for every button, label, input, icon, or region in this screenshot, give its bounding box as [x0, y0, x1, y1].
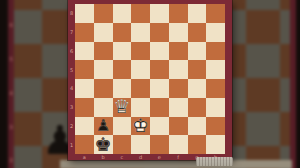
square-a8[interactable]: [75, 4, 94, 23]
square-a3[interactable]: [75, 98, 94, 117]
square-f1[interactable]: [169, 135, 188, 154]
square-b3[interactable]: [94, 98, 113, 117]
square-h3[interactable]: [206, 98, 225, 117]
file-label-e: e: [150, 153, 169, 160]
square-d8[interactable]: [131, 4, 150, 23]
square-f2[interactable]: [169, 117, 188, 136]
square-h7[interactable]: [206, 23, 225, 42]
square-d1[interactable]: [131, 135, 150, 154]
square-g2[interactable]: [188, 117, 207, 136]
square-e2[interactable]: [150, 117, 169, 136]
square-e3[interactable]: [150, 98, 169, 117]
square-h1[interactable]: [206, 135, 225, 154]
black-pawn-glyph: ♙: [96, 117, 110, 133]
square-g4[interactable]: [188, 79, 207, 98]
square-h2[interactable]: [206, 117, 225, 136]
file-label-d: d: [131, 153, 150, 160]
rank-label-3: 3: [68, 98, 75, 117]
square-c2[interactable]: [113, 117, 132, 136]
right-black-edge: [296, 0, 300, 168]
square-b8[interactable]: [94, 4, 113, 23]
square-f4[interactable]: [169, 79, 188, 98]
background-rank-label-3: 3: [8, 124, 14, 130]
video-frame: ♟ 65432 ♛♕♟♙♚♔♚♔ 87654321 abcdefgh: [0, 0, 300, 168]
square-h6[interactable]: [206, 42, 225, 61]
board-grid: ♛♕♟♙♚♔♚♔: [75, 4, 225, 154]
background-rank-label-6: 6: [8, 22, 14, 28]
black-king[interactable]: ♚♔: [94, 135, 113, 154]
square-a5[interactable]: [75, 60, 94, 79]
square-e1[interactable]: [150, 135, 169, 154]
square-e7[interactable]: [150, 23, 169, 42]
square-g3[interactable]: [188, 98, 207, 117]
rank-label-4: 4: [68, 79, 75, 98]
square-f3[interactable]: [169, 98, 188, 117]
file-label-a: a: [75, 153, 94, 160]
square-a1[interactable]: [75, 135, 94, 154]
black-king-glyph: ♔: [95, 135, 112, 154]
square-c6[interactable]: [113, 42, 132, 61]
square-e5[interactable]: [150, 60, 169, 79]
square-f7[interactable]: [169, 23, 188, 42]
chess-board[interactable]: ♛♕♟♙♚♔♚♔ 87654321 abcdefgh: [68, 0, 232, 160]
square-f6[interactable]: [169, 42, 188, 61]
square-a4[interactable]: [75, 79, 94, 98]
square-d7[interactable]: [131, 23, 150, 42]
rank-label-5: 5: [68, 60, 75, 79]
white-queen-glyph: ♕: [113, 97, 130, 116]
square-d4[interactable]: [131, 79, 150, 98]
square-h8[interactable]: [206, 4, 225, 23]
file-label-b: b: [94, 153, 113, 160]
square-b1[interactable]: ♚♔: [94, 135, 113, 154]
watermark-badge: [196, 157, 233, 166]
square-a2[interactable]: [75, 117, 94, 136]
square-f8[interactable]: [169, 4, 188, 23]
square-f5[interactable]: [169, 60, 188, 79]
white-queen[interactable]: ♛♕: [113, 98, 132, 117]
white-king-glyph: ♔: [132, 116, 149, 135]
square-e6[interactable]: [150, 42, 169, 61]
rank-label-6: 6: [68, 42, 75, 61]
square-c7[interactable]: [113, 23, 132, 42]
square-g8[interactable]: [188, 4, 207, 23]
square-d2[interactable]: ♚♔: [131, 117, 150, 136]
background-rank-label-4: 4: [8, 90, 14, 96]
square-g6[interactable]: [188, 42, 207, 61]
background-rank-label-2: 2: [8, 157, 14, 163]
square-b7[interactable]: [94, 23, 113, 42]
square-b4[interactable]: [94, 79, 113, 98]
square-d6[interactable]: [131, 42, 150, 61]
square-g5[interactable]: [188, 60, 207, 79]
file-label-f: f: [169, 153, 188, 160]
square-e4[interactable]: [150, 79, 169, 98]
rank-label-2: 2: [68, 117, 75, 136]
square-c1[interactable]: [113, 135, 132, 154]
square-b6[interactable]: [94, 42, 113, 61]
square-c3[interactable]: ♛♕: [113, 98, 132, 117]
square-g7[interactable]: [188, 23, 207, 42]
left-black-edge: [0, 0, 8, 168]
square-d5[interactable]: [131, 60, 150, 79]
square-c8[interactable]: [113, 4, 132, 23]
square-g1[interactable]: [188, 135, 207, 154]
rank-label-7: 7: [68, 23, 75, 42]
background-rank-label-5: 5: [8, 56, 14, 62]
square-h5[interactable]: [206, 60, 225, 79]
square-h4[interactable]: [206, 79, 225, 98]
square-c5[interactable]: [113, 60, 132, 79]
background-bottom-strip: [60, 160, 292, 168]
rank-label-1: 1: [68, 135, 75, 154]
white-king[interactable]: ♚♔: [131, 117, 150, 136]
board-rank-labels: 87654321: [68, 4, 75, 154]
square-a6[interactable]: [75, 42, 94, 61]
square-e8[interactable]: [150, 4, 169, 23]
square-a7[interactable]: [75, 23, 94, 42]
file-label-c: c: [113, 153, 132, 160]
square-b5[interactable]: [94, 60, 113, 79]
rank-label-8: 8: [68, 4, 75, 23]
